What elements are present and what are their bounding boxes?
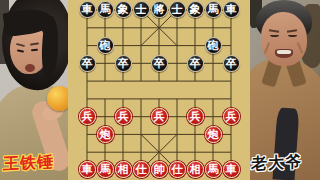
video-frame: 王铁锤 車馬象士將士象馬車砲砲卒卒卒卒卒兵兵兵兵兵炮炮車馬相仕帥仕相馬車 老大爷 <box>0 0 320 180</box>
right-player-eye <box>270 33 279 37</box>
piece-red-兵[interactable]: 兵 <box>115 108 132 125</box>
piece-red-車[interactable]: 車 <box>223 161 240 178</box>
piece-red-相[interactable]: 相 <box>187 161 204 178</box>
piece-black-士[interactable]: 士 <box>133 1 150 18</box>
piece-black-馬[interactable]: 馬 <box>205 1 222 18</box>
piece-red-炮[interactable]: 炮 <box>205 126 222 143</box>
piece-black-士[interactable]: 士 <box>169 1 186 18</box>
piece-red-仕[interactable]: 仕 <box>133 161 150 178</box>
right-player-panel: 老大爷 <box>250 0 320 180</box>
right-player-caption: 老大爷 <box>251 152 302 176</box>
piece-black-砲[interactable]: 砲 <box>97 37 114 54</box>
piece-red-仕[interactable]: 仕 <box>169 161 186 178</box>
piece-red-馬[interactable]: 馬 <box>205 161 222 178</box>
piece-red-兵[interactable]: 兵 <box>187 108 204 125</box>
fruit-icon <box>47 86 68 111</box>
piece-black-馬[interactable]: 馬 <box>97 1 114 18</box>
piece-red-車[interactable]: 車 <box>79 161 96 178</box>
left-player-mouth <box>25 64 35 72</box>
left-player-panel: 王铁锤 <box>0 0 68 180</box>
piece-black-象[interactable]: 象 <box>187 1 204 18</box>
piece-black-砲[interactable]: 砲 <box>205 37 222 54</box>
piece-grid: 車馬象士將士象馬車砲砲卒卒卒卒卒兵兵兵兵兵炮炮車馬相仕帥仕相馬車 <box>78 1 240 179</box>
piece-black-卒[interactable]: 卒 <box>115 55 132 72</box>
piece-red-炮[interactable]: 炮 <box>97 126 114 143</box>
piece-red-兵[interactable]: 兵 <box>151 108 168 125</box>
piece-red-兵[interactable]: 兵 <box>79 108 96 125</box>
piece-black-車[interactable]: 車 <box>79 1 96 18</box>
piece-black-象[interactable]: 象 <box>115 1 132 18</box>
left-player-caption: 王铁锤 <box>3 152 54 176</box>
piece-black-將[interactable]: 將 <box>151 1 168 18</box>
xiangqi-board: 車馬象士將士象馬車砲砲卒卒卒卒卒兵兵兵兵兵炮炮車馬相仕帥仕相馬車 <box>68 0 250 180</box>
piece-red-馬[interactable]: 馬 <box>97 161 114 178</box>
right-player-teeth <box>277 50 291 54</box>
piece-black-卒[interactable]: 卒 <box>151 55 168 72</box>
piece-black-卒[interactable]: 卒 <box>79 55 96 72</box>
piece-black-卒[interactable]: 卒 <box>187 55 204 72</box>
piece-black-車[interactable]: 車 <box>223 1 240 18</box>
piece-red-兵[interactable]: 兵 <box>223 108 240 125</box>
right-player-eye <box>288 33 297 37</box>
piece-red-帥[interactable]: 帥 <box>151 161 168 178</box>
piece-red-相[interactable]: 相 <box>115 161 132 178</box>
piece-black-卒[interactable]: 卒 <box>223 55 240 72</box>
right-player-mouth <box>275 49 293 58</box>
